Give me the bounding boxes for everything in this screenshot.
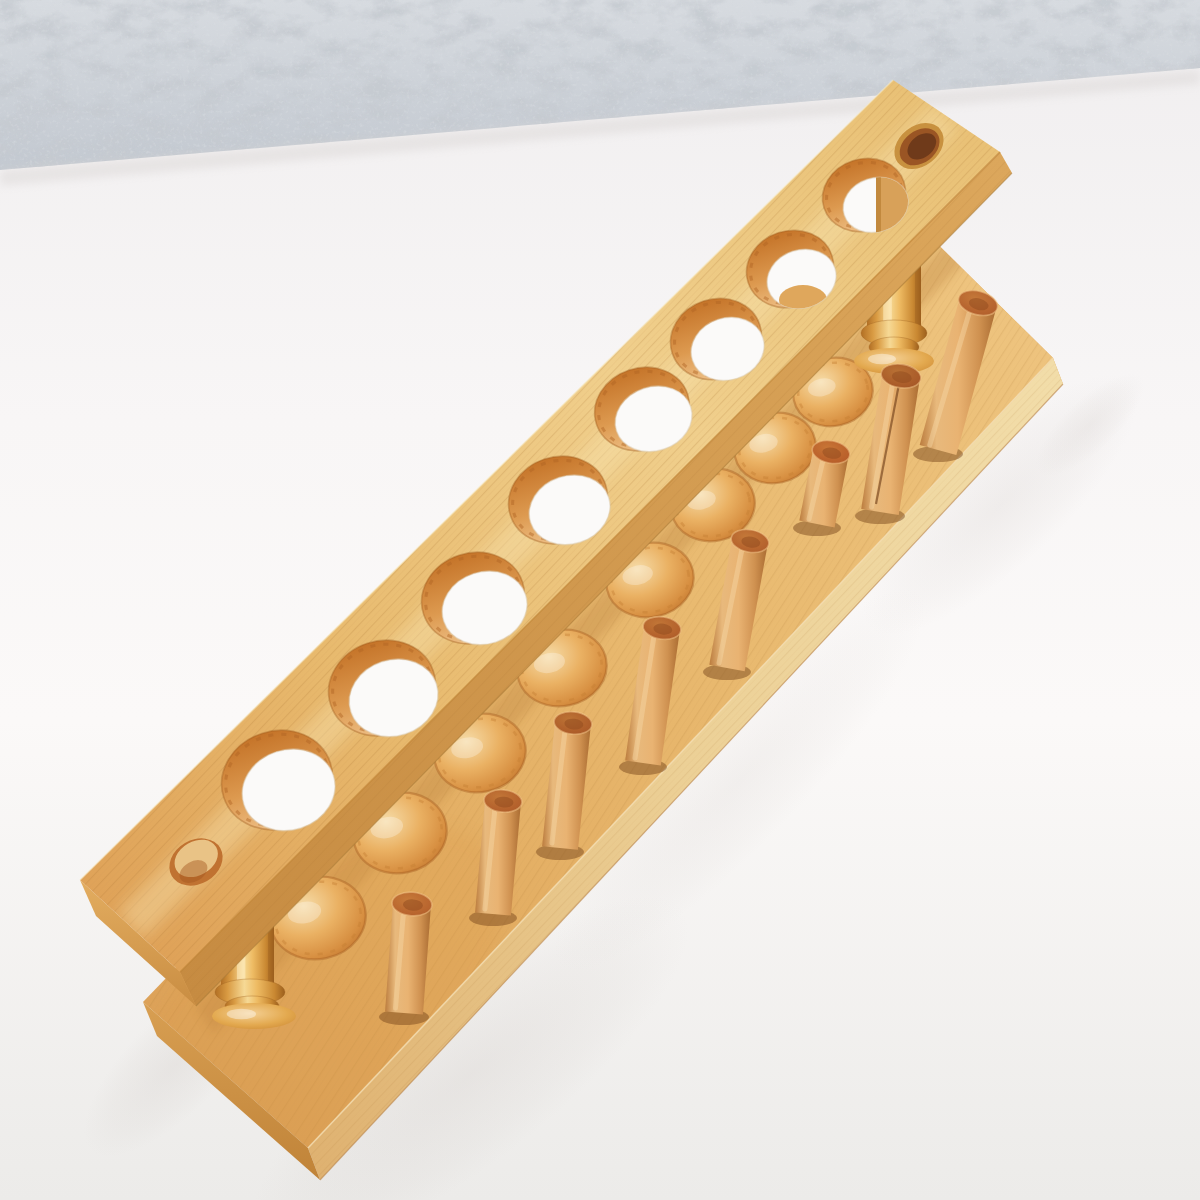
product-photo xyxy=(0,0,1200,1200)
scene-svg xyxy=(0,0,1200,1200)
pool-gloss xyxy=(868,354,896,364)
peg-shaft xyxy=(385,903,431,1015)
pool-gloss xyxy=(227,1009,256,1019)
